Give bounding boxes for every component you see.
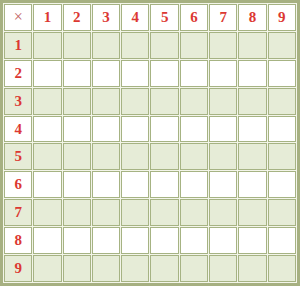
product-cell-r5-c1[interactable] [33, 143, 61, 170]
product-cell-r4-c6[interactable] [180, 116, 208, 143]
product-cell-r7-c9[interactable] [268, 199, 296, 226]
column-header-cell-7: 7 [209, 4, 237, 31]
product-cell-r6-c2[interactable] [63, 171, 91, 198]
product-cell-r3-c2[interactable] [63, 88, 91, 115]
product-cell-r5-c9[interactable] [268, 143, 296, 170]
product-cell-r3-c5[interactable] [150, 88, 178, 115]
column-header-cell-8: 8 [238, 4, 266, 31]
product-cell-r2-c8[interactable] [238, 60, 266, 87]
product-cell-r1-c8[interactable] [238, 32, 266, 59]
product-cell-r2-c3[interactable] [92, 60, 120, 87]
product-cell-r3-c6[interactable] [180, 88, 208, 115]
product-cell-r7-c2[interactable] [63, 199, 91, 226]
product-cell-r6-c4[interactable] [121, 171, 149, 198]
column-header-cell-3: 3 [92, 4, 120, 31]
product-cell-r7-c1[interactable] [33, 199, 61, 226]
product-cell-r4-c5[interactable] [150, 116, 178, 143]
product-cell-r8-c2[interactable] [63, 227, 91, 254]
product-cell-r9-c7[interactable] [209, 255, 237, 282]
row-header-cell-4: 4 [4, 116, 32, 143]
product-cell-r3-c9[interactable] [268, 88, 296, 115]
product-cell-r7-c7[interactable] [209, 199, 237, 226]
product-cell-r5-c6[interactable] [180, 143, 208, 170]
product-cell-r5-c2[interactable] [63, 143, 91, 170]
product-cell-r1-c2[interactable] [63, 32, 91, 59]
row-header-cell-5: 5 [4, 143, 32, 170]
row-header-cell-7: 7 [4, 199, 32, 226]
product-cell-r1-c9[interactable] [268, 32, 296, 59]
product-cell-r4-c3[interactable] [92, 116, 120, 143]
product-cell-r1-c7[interactable] [209, 32, 237, 59]
row-header-cell-1: 1 [4, 32, 32, 59]
product-cell-r8-c1[interactable] [33, 227, 61, 254]
product-cell-r9-c5[interactable] [150, 255, 178, 282]
product-cell-r1-c5[interactable] [150, 32, 178, 59]
product-cell-r4-c1[interactable] [33, 116, 61, 143]
times-corner-cell: × [4, 4, 32, 31]
row-header-cell-9: 9 [4, 255, 32, 282]
product-cell-r4-c2[interactable] [63, 116, 91, 143]
column-header-cell-5: 5 [150, 4, 178, 31]
column-header-cell-4: 4 [121, 4, 149, 31]
product-cell-r4-c8[interactable] [238, 116, 266, 143]
product-cell-r7-c8[interactable] [238, 199, 266, 226]
product-cell-r1-c3[interactable] [92, 32, 120, 59]
column-header-cell-1: 1 [33, 4, 61, 31]
product-cell-r5-c8[interactable] [238, 143, 266, 170]
product-cell-r8-c3[interactable] [92, 227, 120, 254]
column-header-cell-6: 6 [180, 4, 208, 31]
product-cell-r9-c1[interactable] [33, 255, 61, 282]
product-cell-r6-c1[interactable] [33, 171, 61, 198]
product-cell-r9-c4[interactable] [121, 255, 149, 282]
product-cell-r6-c6[interactable] [180, 171, 208, 198]
product-cell-r5-c7[interactable] [209, 143, 237, 170]
product-cell-r2-c7[interactable] [209, 60, 237, 87]
product-cell-r1-c4[interactable] [121, 32, 149, 59]
product-cell-r3-c7[interactable] [209, 88, 237, 115]
row-header-cell-3: 3 [4, 88, 32, 115]
row-header-cell-2: 2 [4, 60, 32, 87]
row-header-cell-8: 8 [4, 227, 32, 254]
product-cell-r1-c6[interactable] [180, 32, 208, 59]
product-cell-r9-c9[interactable] [268, 255, 296, 282]
product-cell-r7-c4[interactable] [121, 199, 149, 226]
product-cell-r9-c2[interactable] [63, 255, 91, 282]
product-cell-r1-c1[interactable] [33, 32, 61, 59]
product-cell-r8-c9[interactable] [268, 227, 296, 254]
product-cell-r8-c4[interactable] [121, 227, 149, 254]
product-cell-r2-c6[interactable] [180, 60, 208, 87]
product-cell-r6-c3[interactable] [92, 171, 120, 198]
product-cell-r2-c2[interactable] [63, 60, 91, 87]
product-cell-r6-c8[interactable] [238, 171, 266, 198]
product-cell-r8-c6[interactable] [180, 227, 208, 254]
column-header-cell-2: 2 [63, 4, 91, 31]
product-cell-r3-c3[interactable] [92, 88, 120, 115]
product-cell-r7-c6[interactable] [180, 199, 208, 226]
product-cell-r8-c5[interactable] [150, 227, 178, 254]
row-header-cell-6: 6 [4, 171, 32, 198]
product-cell-r6-c5[interactable] [150, 171, 178, 198]
column-header-cell-9: 9 [268, 4, 296, 31]
product-cell-r3-c4[interactable] [121, 88, 149, 115]
product-cell-r2-c1[interactable] [33, 60, 61, 87]
product-cell-r6-c7[interactable] [209, 171, 237, 198]
product-cell-r2-c9[interactable] [268, 60, 296, 87]
product-cell-r3-c1[interactable] [33, 88, 61, 115]
product-cell-r8-c8[interactable] [238, 227, 266, 254]
product-cell-r4-c9[interactable] [268, 116, 296, 143]
product-cell-r5-c4[interactable] [121, 143, 149, 170]
product-cell-r3-c8[interactable] [238, 88, 266, 115]
product-cell-r4-c4[interactable] [121, 116, 149, 143]
multiplication-grid: ×123456789123456789 [0, 0, 300, 286]
product-cell-r4-c7[interactable] [209, 116, 237, 143]
product-cell-r2-c5[interactable] [150, 60, 178, 87]
product-cell-r9-c8[interactable] [238, 255, 266, 282]
product-cell-r5-c5[interactable] [150, 143, 178, 170]
product-cell-r2-c4[interactable] [121, 60, 149, 87]
product-cell-r9-c6[interactable] [180, 255, 208, 282]
product-cell-r5-c3[interactable] [92, 143, 120, 170]
product-cell-r9-c3[interactable] [92, 255, 120, 282]
product-cell-r6-c9[interactable] [268, 171, 296, 198]
product-cell-r7-c5[interactable] [150, 199, 178, 226]
product-cell-r7-c3[interactable] [92, 199, 120, 226]
product-cell-r8-c7[interactable] [209, 227, 237, 254]
